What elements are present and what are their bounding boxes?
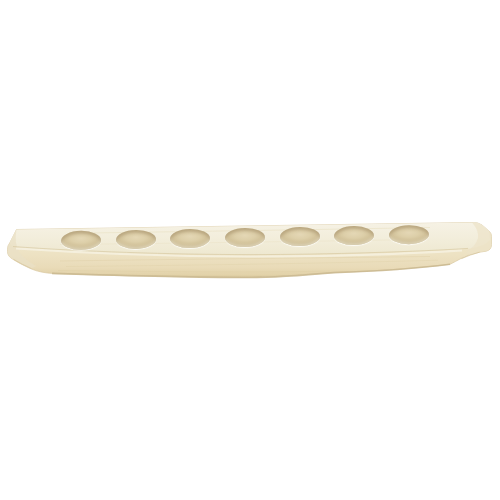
- pit: 0: [170, 229, 210, 249]
- pit-cell: 0: [54, 229, 109, 251]
- pit: 0: [389, 225, 429, 245]
- pit: 0: [334, 226, 374, 246]
- pit-cell: 0: [327, 225, 382, 247]
- pit: 0: [61, 231, 101, 251]
- pit: 0: [279, 227, 319, 247]
- pit: 0: [116, 230, 156, 250]
- pit-cell: 0: [108, 228, 163, 250]
- pit-cell: 0: [272, 226, 327, 248]
- pit-cell: 0: [218, 227, 273, 249]
- pit: 0: [225, 228, 265, 248]
- pit-cell: 0: [163, 227, 218, 249]
- product-photo-scene: 0000000: [0, 0, 500, 500]
- pit-cell: 0: [381, 224, 436, 246]
